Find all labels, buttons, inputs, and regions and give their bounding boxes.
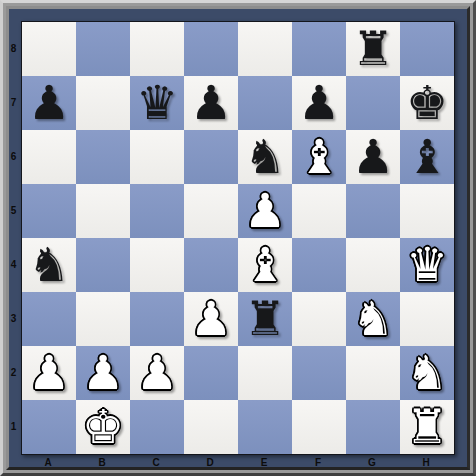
rank-labels: 87654321 — [6, 21, 21, 453]
square-b3[interactable] — [76, 292, 130, 346]
square-g1[interactable] — [346, 400, 400, 454]
piece-black-knight[interactable]: ♞ — [28, 238, 70, 292]
piece-black-pawn[interactable]: ♟ — [28, 76, 70, 130]
file-label-c: C — [129, 454, 183, 470]
square-h7[interactable]: ♚ — [400, 76, 454, 130]
piece-white-rook[interactable]: ♜ — [406, 400, 448, 454]
square-a1[interactable] — [22, 400, 76, 454]
rank-label-3: 3 — [6, 291, 21, 345]
square-h6[interactable]: ♝ — [400, 130, 454, 184]
square-f8[interactable] — [292, 22, 346, 76]
piece-white-pawn[interactable]: ♟ — [82, 346, 124, 400]
square-g4[interactable] — [346, 238, 400, 292]
piece-white-knight[interactable]: ♞ — [352, 292, 394, 346]
piece-black-pawn[interactable]: ♟ — [190, 76, 232, 130]
square-e6[interactable]: ♞ — [238, 130, 292, 184]
square-b5[interactable] — [76, 184, 130, 238]
piece-white-bishop[interactable]: ♝ — [244, 238, 286, 292]
rank-label-7: 7 — [6, 75, 21, 129]
square-f5[interactable] — [292, 184, 346, 238]
file-label-b: B — [75, 454, 129, 470]
piece-black-king[interactable]: ♚ — [406, 76, 448, 130]
square-g3[interactable]: ♞ — [346, 292, 400, 346]
square-e4[interactable]: ♝ — [238, 238, 292, 292]
square-h2[interactable]: ♞ — [400, 346, 454, 400]
square-f7[interactable]: ♟ — [292, 76, 346, 130]
file-label-f: F — [291, 454, 345, 470]
square-e8[interactable] — [238, 22, 292, 76]
square-a4[interactable]: ♞ — [22, 238, 76, 292]
piece-white-queen[interactable]: ♛ — [406, 238, 448, 292]
square-g8[interactable]: ♜ — [346, 22, 400, 76]
piece-black-queen[interactable]: ♛ — [136, 76, 178, 130]
piece-white-knight[interactable]: ♞ — [406, 346, 448, 400]
piece-white-bishop[interactable]: ♝ — [298, 130, 340, 184]
square-f1[interactable] — [292, 400, 346, 454]
piece-black-rook[interactable]: ♜ — [244, 292, 286, 346]
square-d6[interactable] — [184, 130, 238, 184]
file-label-e: E — [237, 454, 291, 470]
square-c6[interactable] — [130, 130, 184, 184]
square-c5[interactable] — [130, 184, 184, 238]
square-c7[interactable]: ♛ — [130, 76, 184, 130]
piece-white-pawn[interactable]: ♟ — [190, 292, 232, 346]
square-b4[interactable] — [76, 238, 130, 292]
square-e3[interactable]: ♜ — [238, 292, 292, 346]
square-c1[interactable] — [130, 400, 184, 454]
square-d2[interactable] — [184, 346, 238, 400]
square-c3[interactable] — [130, 292, 184, 346]
piece-black-pawn[interactable]: ♟ — [352, 130, 394, 184]
rank-label-1: 1 — [6, 399, 21, 453]
square-c8[interactable] — [130, 22, 184, 76]
piece-black-knight[interactable]: ♞ — [244, 130, 286, 184]
rank-label-8: 8 — [6, 21, 21, 75]
piece-black-rook[interactable]: ♜ — [352, 22, 394, 76]
file-label-d: D — [183, 454, 237, 470]
square-f4[interactable] — [292, 238, 346, 292]
square-a8[interactable] — [22, 22, 76, 76]
square-g2[interactable] — [346, 346, 400, 400]
square-h8[interactable] — [400, 22, 454, 76]
square-h3[interactable] — [400, 292, 454, 346]
file-label-h: H — [399, 454, 453, 470]
square-c4[interactable] — [130, 238, 184, 292]
square-b8[interactable] — [76, 22, 130, 76]
rank-label-5: 5 — [6, 183, 21, 237]
square-a5[interactable] — [22, 184, 76, 238]
square-b1[interactable]: ♚ — [76, 400, 130, 454]
square-b2[interactable]: ♟ — [76, 346, 130, 400]
piece-white-pawn[interactable]: ♟ — [244, 184, 286, 238]
square-g5[interactable] — [346, 184, 400, 238]
square-b6[interactable] — [76, 130, 130, 184]
chess-board: ♜♟♛♟♟♚♞♝♟♝♟♞♝♛♟♜♞♟♟♟♞♚♜ — [21, 21, 455, 455]
file-labels: ABCDEFGH — [21, 454, 453, 470]
square-h1[interactable]: ♜ — [400, 400, 454, 454]
square-b7[interactable] — [76, 76, 130, 130]
square-d4[interactable] — [184, 238, 238, 292]
square-h5[interactable] — [400, 184, 454, 238]
rank-label-2: 2 — [6, 345, 21, 399]
file-label-a: A — [21, 454, 75, 470]
square-a6[interactable] — [22, 130, 76, 184]
square-h4[interactable]: ♛ — [400, 238, 454, 292]
square-e5[interactable]: ♟ — [238, 184, 292, 238]
square-e1[interactable] — [238, 400, 292, 454]
piece-white-pawn[interactable]: ♟ — [136, 346, 178, 400]
piece-white-king[interactable]: ♚ — [82, 400, 124, 454]
square-d7[interactable]: ♟ — [184, 76, 238, 130]
square-g7[interactable] — [346, 76, 400, 130]
square-d1[interactable] — [184, 400, 238, 454]
piece-black-bishop[interactable]: ♝ — [406, 130, 448, 184]
square-f2[interactable] — [292, 346, 346, 400]
file-label-g: G — [345, 454, 399, 470]
square-d3[interactable]: ♟ — [184, 292, 238, 346]
square-d8[interactable] — [184, 22, 238, 76]
rank-label-6: 6 — [6, 129, 21, 183]
square-g6[interactable]: ♟ — [346, 130, 400, 184]
piece-black-pawn[interactable]: ♟ — [298, 76, 340, 130]
piece-white-pawn[interactable]: ♟ — [28, 346, 70, 400]
square-e7[interactable] — [238, 76, 292, 130]
square-a3[interactable] — [22, 292, 76, 346]
square-a7[interactable]: ♟ — [22, 76, 76, 130]
square-f6[interactable]: ♝ — [292, 130, 346, 184]
square-a2[interactable]: ♟ — [22, 346, 76, 400]
rank-label-4: 4 — [6, 237, 21, 291]
square-f3[interactable] — [292, 292, 346, 346]
square-c2[interactable]: ♟ — [130, 346, 184, 400]
square-d5[interactable] — [184, 184, 238, 238]
square-e2[interactable] — [238, 346, 292, 400]
